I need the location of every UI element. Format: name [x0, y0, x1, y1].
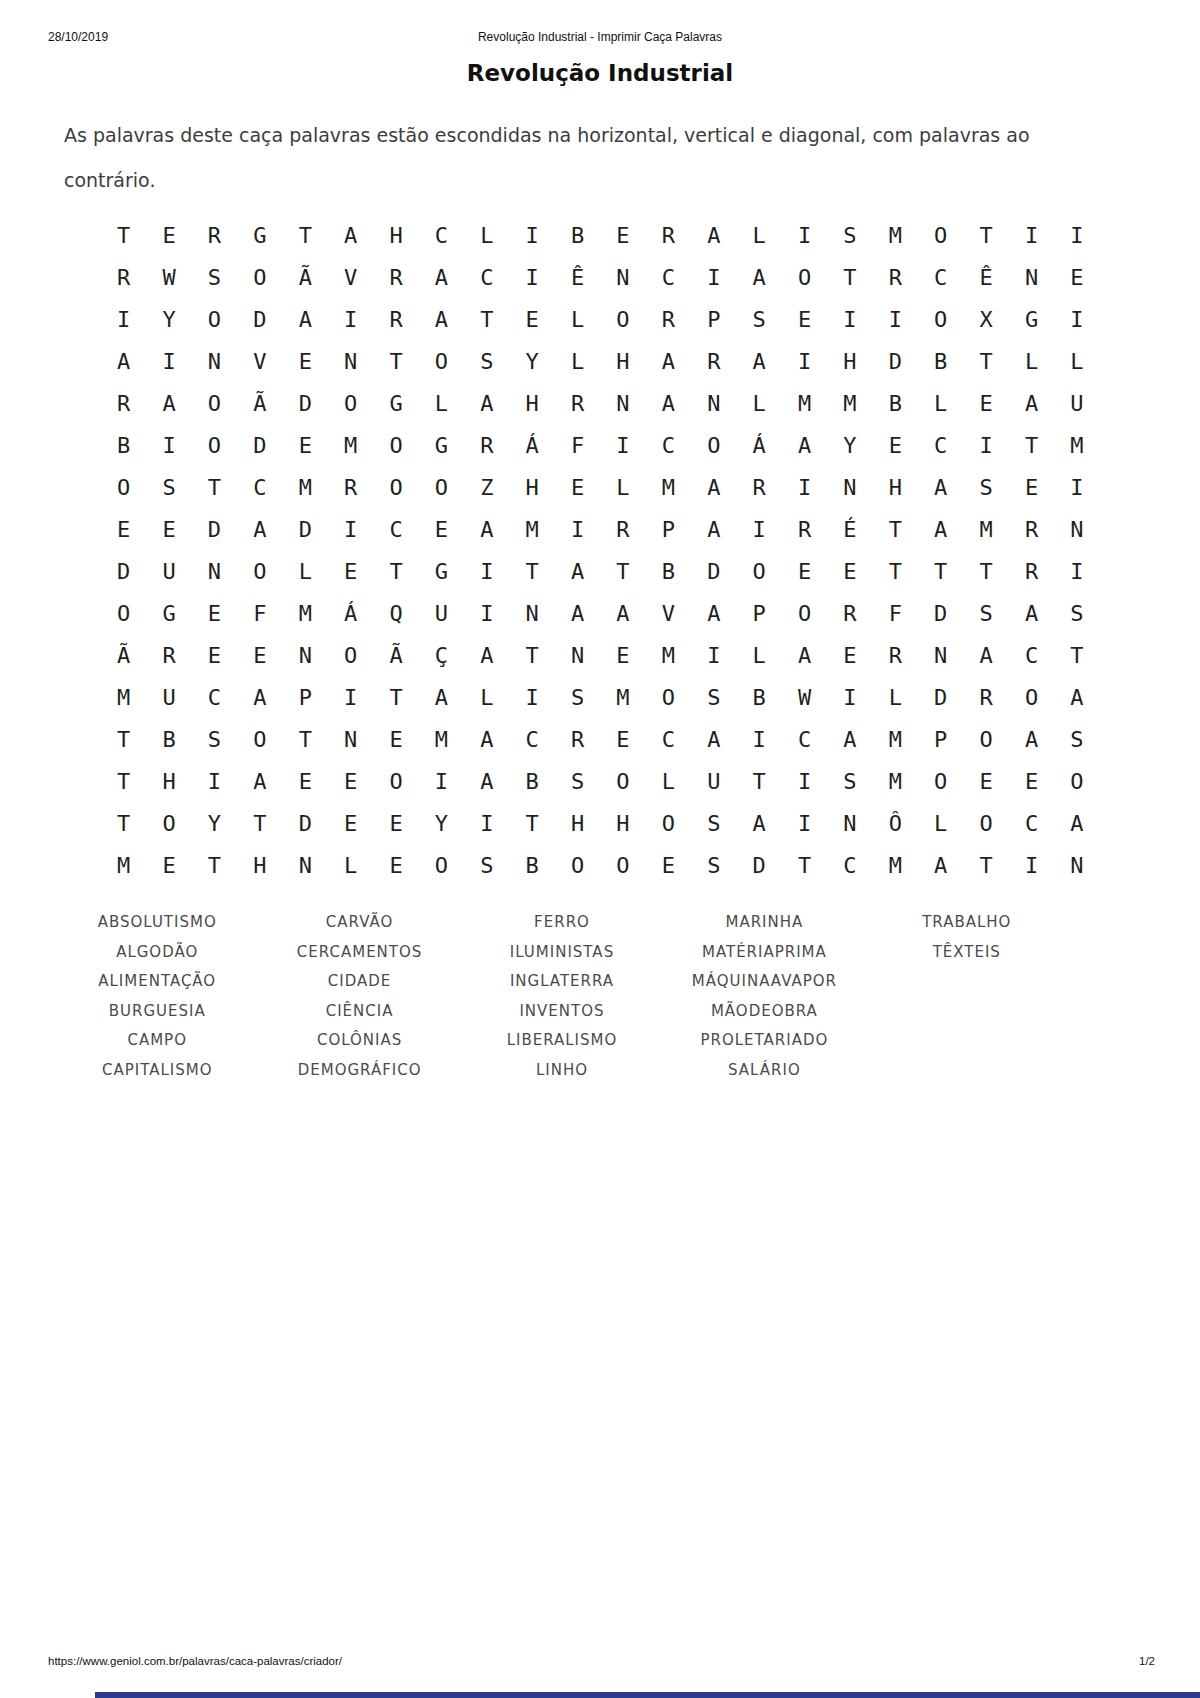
grid-cell: M [873, 760, 918, 802]
page-indicator: 1/2 [1139, 1655, 1155, 1667]
grid-cell: B [736, 676, 781, 718]
word-item: LINHO [461, 1056, 663, 1086]
grid-cell: M [873, 718, 918, 760]
next-page-bar [95, 1692, 1200, 1698]
grid-cell: S [691, 802, 736, 844]
word-column: ABSOLUTISMOALGODÃOALIMENTAÇÃOBURGUESIACA… [56, 908, 258, 1085]
grid-cell: R [464, 424, 509, 466]
word-column: TRABALHOTÊXTEIS [866, 908, 1068, 1085]
grid-cell: C [646, 424, 691, 466]
grid-cell: M [827, 382, 872, 424]
word-item: MATÉRIAPRIMA [663, 938, 865, 968]
grid-cell: I [782, 802, 827, 844]
grid-cell: A [736, 340, 781, 382]
grid-cell: T [373, 550, 418, 592]
grid-cell: B [646, 550, 691, 592]
grid-cell: E [1054, 256, 1099, 298]
grid-cell: E [373, 718, 418, 760]
grid-cell: F [237, 592, 282, 634]
grid-cell: D [918, 592, 963, 634]
grid-cell: C [918, 256, 963, 298]
grid-cell: T [510, 802, 555, 844]
grid-cell: I [419, 760, 464, 802]
grid-cell: O [101, 466, 146, 508]
grid-cell: M [600, 676, 645, 718]
grid-cell: M [283, 466, 328, 508]
grid-cell: O [101, 592, 146, 634]
grid-cell: R [646, 298, 691, 340]
grid-cell: I [146, 340, 191, 382]
grid-cell: R [963, 676, 1008, 718]
grid-cell: Ã [373, 634, 418, 676]
grid-cell: S [736, 298, 781, 340]
grid-cell: O [736, 550, 781, 592]
grid-cell: A [691, 718, 736, 760]
grid-cell: E [1009, 760, 1054, 802]
grid-cell: E [963, 382, 1008, 424]
grid-cell: A [691, 592, 736, 634]
grid-cell: N [1054, 844, 1099, 886]
grid-cell: B [918, 340, 963, 382]
grid-cell: Y [510, 340, 555, 382]
grid-cell: R [873, 634, 918, 676]
grid-cell: L [873, 676, 918, 718]
grid-cell: A [691, 466, 736, 508]
grid-cell: S [146, 466, 191, 508]
grid-cell: D [736, 844, 781, 886]
grid-cell: I [101, 298, 146, 340]
grid-cell: V [237, 340, 282, 382]
grid-cell: R [101, 256, 146, 298]
word-column: FERROILUMINISTASINGLATERRAINVENTOSLIBERA… [461, 908, 663, 1085]
grid-cell: C [510, 718, 555, 760]
grid-cell: O [192, 424, 237, 466]
grid-cell: E [328, 802, 373, 844]
grid-cell: I [555, 508, 600, 550]
word-item: COLÔNIAS [258, 1026, 460, 1056]
grid-cell: P [736, 592, 781, 634]
grid-cell: B [873, 382, 918, 424]
grid-cell: A [691, 214, 736, 256]
grid-cell: S [1054, 718, 1099, 760]
grid-cell: F [873, 592, 918, 634]
grid-cell: N [691, 382, 736, 424]
grid-cell: R [373, 298, 418, 340]
grid-cell: E [283, 424, 328, 466]
grid-cell: L [736, 214, 781, 256]
word-item: ALGODÃO [56, 938, 258, 968]
grid-cell: A [237, 760, 282, 802]
grid-cell: A [782, 634, 827, 676]
grid-cell: L [1054, 340, 1099, 382]
grid-cell: P [691, 298, 736, 340]
grid-cell: U [146, 550, 191, 592]
grid-cell: N [827, 466, 872, 508]
grid-cell: L [555, 298, 600, 340]
grid-cell: Y [146, 298, 191, 340]
grid-cell: L [646, 760, 691, 802]
grid-cell: U [146, 676, 191, 718]
grid-cell: C [237, 466, 282, 508]
grid-cell: Ê [963, 256, 1008, 298]
grid-cell: S [192, 718, 237, 760]
word-item: MÁQUINAAVAPOR [663, 967, 865, 997]
grid-cell: O [237, 718, 282, 760]
grid-cell: O [963, 718, 1008, 760]
grid-cell: E [373, 844, 418, 886]
grid-cell: I [691, 634, 736, 676]
grid-cell: L [736, 382, 781, 424]
grid-cell: E [873, 424, 918, 466]
grid-cell: I [464, 550, 509, 592]
grid-cell: S [691, 844, 736, 886]
grid-cell: O [918, 298, 963, 340]
grid-cell: R [782, 508, 827, 550]
grid-cell: I [328, 676, 373, 718]
grid-cell: R [373, 256, 418, 298]
word-item: CIÊNCIA [258, 997, 460, 1027]
word-item: BURGUESIA [56, 997, 258, 1027]
grid-cell: R [555, 718, 600, 760]
grid-cell: A [600, 592, 645, 634]
word-item: ILUMINISTAS [461, 938, 663, 968]
grid-cell: E [283, 340, 328, 382]
grid-cell: R [555, 382, 600, 424]
grid-cell: Ô [873, 802, 918, 844]
grid-cell: S [555, 676, 600, 718]
grid-cell: I [782, 760, 827, 802]
grid-cell: H [510, 382, 555, 424]
grid-cell: C [192, 676, 237, 718]
grid-cell: Á [510, 424, 555, 466]
grid-cell: C [646, 256, 691, 298]
grid-cell: A [736, 802, 781, 844]
grid-cell: T [918, 550, 963, 592]
grid-cell: D [192, 508, 237, 550]
grid-cell: I [691, 256, 736, 298]
grid-cell: N [192, 340, 237, 382]
word-item: TRABALHO [866, 908, 1068, 938]
grid-cell: T [283, 214, 328, 256]
word-item: CARVÃO [258, 908, 460, 938]
grid-cell: S [827, 214, 872, 256]
grid-cell: R [1009, 508, 1054, 550]
grid-cell: E [237, 634, 282, 676]
grid-cell: N [1054, 508, 1099, 550]
word-item: TÊXTEIS [866, 938, 1068, 968]
word-item: CIDADE [258, 967, 460, 997]
grid-cell: S [963, 592, 1008, 634]
grid-cell: O [963, 802, 1008, 844]
grid-cell: Ê [555, 256, 600, 298]
grid-cell: O [646, 676, 691, 718]
grid-cell: G [419, 550, 464, 592]
grid-cell: A [464, 718, 509, 760]
word-item: INVENTOS [461, 997, 663, 1027]
grid-cell: A [283, 298, 328, 340]
grid-cell: R [691, 340, 736, 382]
grid-cell: T [192, 466, 237, 508]
grid-cell: E [373, 802, 418, 844]
grid-cell: O [918, 214, 963, 256]
grid-cell: M [646, 466, 691, 508]
grid-cell: O [918, 760, 963, 802]
grid-cell: H [873, 466, 918, 508]
grid-cell: I [328, 298, 373, 340]
grid-cell: S [963, 466, 1008, 508]
grid-cell: A [963, 634, 1008, 676]
grid-cell: T [873, 508, 918, 550]
grid-cell: T [963, 844, 1008, 886]
grid-cell: I [1009, 844, 1054, 886]
grid-cell: T [963, 214, 1008, 256]
grid-cell: V [328, 256, 373, 298]
grid-cell: Y [192, 802, 237, 844]
grid-cell: L [283, 550, 328, 592]
grid-cell: I [464, 592, 509, 634]
grid-cell: D [237, 424, 282, 466]
grid-cell: N [1009, 256, 1054, 298]
grid-cell: O [419, 844, 464, 886]
grid-cell: E [1009, 466, 1054, 508]
grid-cell: N [555, 634, 600, 676]
grid-cell: A [736, 256, 781, 298]
grid-cell: T [963, 550, 1008, 592]
grid-cell: I [736, 718, 781, 760]
footer-url: https://www.geniol.com.br/palavras/caca-… [48, 1655, 342, 1667]
grid-cell: T [101, 802, 146, 844]
word-item: INGLATERRA [461, 967, 663, 997]
grid-cell: A [1054, 676, 1099, 718]
grid-cell: L [464, 214, 509, 256]
word-item: ALIMENTAÇÃO [56, 967, 258, 997]
grid-cell: T [600, 550, 645, 592]
grid-cell: W [782, 676, 827, 718]
grid-cell: M [510, 508, 555, 550]
word-column: MARINHAMATÉRIAPRIMAMÁQUINAAVAPORMÃODEOBR… [663, 908, 865, 1085]
grid-cell: N [918, 634, 963, 676]
grid-cell: G [419, 424, 464, 466]
grid-cell: C [1009, 634, 1054, 676]
grid-cell: R [1009, 550, 1054, 592]
grid-cell: T [464, 298, 509, 340]
grid-cell: D [283, 508, 328, 550]
grid-cell: M [101, 676, 146, 718]
word-item: FERRO [461, 908, 663, 938]
grid-cell: T [237, 802, 282, 844]
grid-cell: T [101, 760, 146, 802]
grid-cell: C [464, 256, 509, 298]
grid-cell: M [873, 214, 918, 256]
grid-cell: N [192, 550, 237, 592]
grid-cell: R [146, 634, 191, 676]
grid-cell: L [600, 466, 645, 508]
grid-cell: E [419, 508, 464, 550]
grid-cell: O [419, 340, 464, 382]
grid-cell: O [782, 592, 827, 634]
grid-cell: E [192, 634, 237, 676]
grid-cell: O [782, 256, 827, 298]
word-item: ABSOLUTISMO [56, 908, 258, 938]
grid-cell: C [918, 424, 963, 466]
grid-cell: B [101, 424, 146, 466]
grid-cell: I [1054, 466, 1099, 508]
grid-cell: O [1009, 676, 1054, 718]
grid-cell: E [963, 760, 1008, 802]
grid-cell: Y [419, 802, 464, 844]
grid-cell: S [827, 760, 872, 802]
grid-cell: I [146, 424, 191, 466]
word-item: DEMOGRÁFICO [258, 1056, 460, 1086]
grid-cell: A [419, 676, 464, 718]
word-item: CAPITALISMO [56, 1056, 258, 1086]
grid-cell: I [782, 466, 827, 508]
grid-cell: Á [736, 424, 781, 466]
grid-cell: O [192, 382, 237, 424]
grid-cell: O [600, 298, 645, 340]
grid-cell: I [192, 760, 237, 802]
grid-cell: T [1009, 424, 1054, 466]
grid-cell: N [510, 592, 555, 634]
grid-cell: I [827, 676, 872, 718]
grid-cell: T [283, 718, 328, 760]
grid-cell: A [464, 382, 509, 424]
grid-cell: A [1009, 382, 1054, 424]
grid-cell: G [1009, 298, 1054, 340]
grid-cell: D [918, 676, 963, 718]
grid-cell: A [918, 508, 963, 550]
grid-cell: H [600, 340, 645, 382]
page-title: Revolução Industrial [0, 60, 1200, 86]
grid-cell: Á [328, 592, 373, 634]
grid-cell: U [691, 760, 736, 802]
grid-cell: O [146, 802, 191, 844]
grid-cell: I [827, 298, 872, 340]
grid-cell: M [1054, 424, 1099, 466]
word-item: MARINHA [663, 908, 865, 938]
grid-cell: É [827, 508, 872, 550]
grid-cell: Y [827, 424, 872, 466]
grid-cell: R [736, 466, 781, 508]
grid-cell: V [646, 592, 691, 634]
grid-cell: E [555, 466, 600, 508]
instructions: As palavras deste caça palavras estão es… [64, 113, 1069, 203]
grid-cell: O [600, 844, 645, 886]
grid-cell: T [873, 550, 918, 592]
grid-cell: S [464, 844, 509, 886]
grid-cell: I [873, 298, 918, 340]
grid-cell: Ç [419, 634, 464, 676]
word-item: LIBERALISMO [461, 1026, 663, 1056]
grid-cell: E [827, 634, 872, 676]
word-item: MÃODEOBRA [663, 997, 865, 1027]
grid-cell: N [328, 718, 373, 760]
grid-cell: Q [373, 592, 418, 634]
grid-cell: H [237, 844, 282, 886]
grid-cell: D [873, 340, 918, 382]
print-header-title: Revolução Industrial - Imprimir Caça Pal… [0, 30, 1200, 44]
grid-cell: E [510, 298, 555, 340]
grid-cell: M [419, 718, 464, 760]
word-item: PROLETARIADO [663, 1026, 865, 1056]
grid-cell: S [691, 676, 736, 718]
grid-cell: A [237, 676, 282, 718]
grid-cell: A [419, 298, 464, 340]
grid-cell: I [600, 424, 645, 466]
grid-cell: O [237, 256, 282, 298]
grid-cell: N [328, 340, 373, 382]
grid-cell: O [373, 760, 418, 802]
grid-cell: S [1054, 592, 1099, 634]
grid-cell: O [192, 298, 237, 340]
grid-cell: M [963, 508, 1008, 550]
grid-cell: H [600, 802, 645, 844]
grid-cell: E [146, 844, 191, 886]
grid-cell: O [646, 802, 691, 844]
grid-cell: G [373, 382, 418, 424]
grid-cell: A [646, 340, 691, 382]
grid-cell: L [419, 382, 464, 424]
grid-cell: M [328, 424, 373, 466]
grid-cell: A [918, 466, 963, 508]
grid-cell: P [918, 718, 963, 760]
grid-cell: P [646, 508, 691, 550]
grid-cell: O [691, 424, 736, 466]
grid-cell: A [646, 382, 691, 424]
grid-cell: L [555, 340, 600, 382]
word-item: SALÁRIO [663, 1056, 865, 1086]
grid-cell: R [646, 214, 691, 256]
grid-cell: W [146, 256, 191, 298]
grid-cell: A [827, 718, 872, 760]
grid-cell: M [782, 382, 827, 424]
grid-cell: O [237, 550, 282, 592]
grid-cell: Z [464, 466, 509, 508]
grid-cell: I [782, 340, 827, 382]
grid-cell: T [101, 214, 146, 256]
grid-cell: D [283, 802, 328, 844]
grid-cell: D [237, 298, 282, 340]
grid-cell: E [646, 844, 691, 886]
grid-cell: I [782, 214, 827, 256]
grid-cell: R [192, 214, 237, 256]
grid-cell: I [510, 256, 555, 298]
grid-cell: E [600, 214, 645, 256]
grid-cell: L [918, 802, 963, 844]
grid-cell: A [419, 256, 464, 298]
grid-cell: A [328, 214, 373, 256]
grid-cell: L [464, 676, 509, 718]
grid-cell: O [373, 466, 418, 508]
grid-cell: B [146, 718, 191, 760]
grid-cell: L [1009, 340, 1054, 382]
grid-cell: M [646, 634, 691, 676]
grid-cell: A [555, 550, 600, 592]
grid-cell: C [782, 718, 827, 760]
grid-cell: E [782, 298, 827, 340]
grid-cell: Ã [101, 634, 146, 676]
grid-cell: O [600, 760, 645, 802]
grid-cell: R [600, 508, 645, 550]
grid-cell: L [736, 634, 781, 676]
grid-cell: A [555, 592, 600, 634]
grid-cell: Ã [283, 256, 328, 298]
grid-cell: D [283, 382, 328, 424]
grid-cell: I [1054, 214, 1099, 256]
grid-cell: E [600, 718, 645, 760]
grid-cell: E [101, 508, 146, 550]
grid-cell: D [691, 550, 736, 592]
